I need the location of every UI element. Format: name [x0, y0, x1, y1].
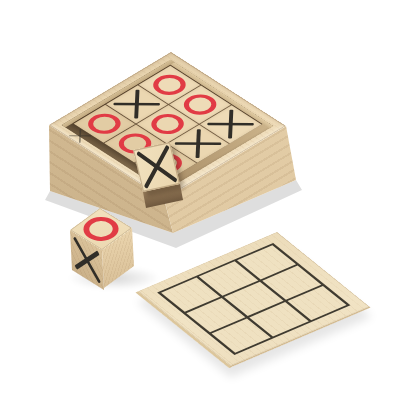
tictactoe-board: [135, 232, 370, 368]
product-photo-tic-tac-toe-set: [0, 0, 410, 410]
board-grid: [157, 243, 350, 355]
x-mark: [134, 143, 179, 191]
